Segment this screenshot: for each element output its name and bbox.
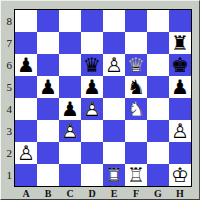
square-f7[interactable]: [125, 32, 147, 54]
square-c8[interactable]: [59, 10, 81, 32]
white-pawn[interactable]: ♙: [103, 54, 125, 76]
file-label-e: E: [103, 188, 125, 200]
square-b3[interactable]: [37, 120, 59, 142]
square-b6[interactable]: [37, 54, 59, 76]
square-d1[interactable]: [81, 164, 103, 186]
white-pawn-fill: ♟: [169, 120, 191, 142]
square-g8[interactable]: [147, 10, 169, 32]
square-h6[interactable]: ♚: [169, 54, 191, 76]
file-label-h: H: [169, 188, 191, 200]
white-king[interactable]: ♔: [169, 164, 191, 186]
square-b5[interactable]: ♟: [37, 76, 59, 98]
file-label-c: C: [59, 188, 81, 200]
square-b7[interactable]: [37, 32, 59, 54]
black-knight[interactable]: ♞: [125, 76, 147, 98]
black-pawn[interactable]: ♟: [15, 54, 37, 76]
black-king[interactable]: ♚: [169, 54, 191, 76]
file-label-b: B: [37, 188, 59, 200]
square-f4[interactable]: ♞♘: [125, 98, 147, 120]
rank-labels: 87654321: [1, 9, 14, 187]
square-g2[interactable]: [147, 142, 169, 164]
square-a8[interactable]: [15, 10, 37, 32]
board: ♜♟♛♟♙♛♕♚♟♟♞♟♟♟♙♞♘♟♙♟♙♟♙♜♖♜♖♚♔: [14, 9, 192, 187]
square-e5[interactable]: [103, 76, 125, 98]
square-f6[interactable]: ♛♕: [125, 54, 147, 76]
square-g5[interactable]: [147, 76, 169, 98]
black-rook[interactable]: ♜: [169, 32, 191, 54]
white-knight[interactable]: ♘: [125, 98, 147, 120]
black-queen[interactable]: ♛: [81, 54, 103, 76]
square-b1[interactable]: [37, 164, 59, 186]
square-b2[interactable]: [37, 142, 59, 164]
white-knight-fill: ♞: [125, 98, 147, 120]
square-g1[interactable]: [147, 164, 169, 186]
square-a4[interactable]: [15, 98, 37, 120]
square-d3[interactable]: [81, 120, 103, 142]
square-d8[interactable]: [81, 10, 103, 32]
square-d4[interactable]: ♟♙: [81, 98, 103, 120]
black-pawn[interactable]: ♟: [169, 76, 191, 98]
square-a7[interactable]: [15, 32, 37, 54]
square-c5[interactable]: [59, 76, 81, 98]
square-e2[interactable]: [103, 142, 125, 164]
square-f1[interactable]: ♜♖: [125, 164, 147, 186]
black-pawn[interactable]: ♟: [37, 76, 59, 98]
square-g3[interactable]: [147, 120, 169, 142]
square-f8[interactable]: [125, 10, 147, 32]
rank-label-2: 2: [1, 142, 12, 164]
square-b4[interactable]: [37, 98, 59, 120]
square-a6[interactable]: ♟: [15, 54, 37, 76]
square-g4[interactable]: [147, 98, 169, 120]
square-h4[interactable]: [169, 98, 191, 120]
square-d7[interactable]: [81, 32, 103, 54]
square-d6[interactable]: ♛: [81, 54, 103, 76]
rank-label-4: 4: [1, 98, 12, 120]
file-labels: ABCDEFGH: [14, 188, 192, 200]
square-h1[interactable]: ♚♔: [169, 164, 191, 186]
black-pawn[interactable]: ♟: [59, 98, 81, 120]
square-b8[interactable]: [37, 10, 59, 32]
square-c1[interactable]: [59, 164, 81, 186]
rank-label-1: 1: [1, 164, 12, 186]
square-e6[interactable]: ♟♙: [103, 54, 125, 76]
white-rook-fill: ♜: [103, 164, 125, 186]
square-g6[interactable]: [147, 54, 169, 76]
file-label-a: A: [15, 188, 37, 200]
square-a2[interactable]: ♟♙: [15, 142, 37, 164]
square-d5[interactable]: ♟: [81, 76, 103, 98]
square-e3[interactable]: [103, 120, 125, 142]
square-f5[interactable]: ♞: [125, 76, 147, 98]
black-pawn[interactable]: ♟: [81, 76, 103, 98]
white-pawn[interactable]: ♙: [169, 120, 191, 142]
square-h3[interactable]: ♟♙: [169, 120, 191, 142]
white-pawn-fill: ♟: [59, 120, 81, 142]
square-h2[interactable]: [169, 142, 191, 164]
white-rook-fill: ♜: [125, 164, 147, 186]
rank-label-3: 3: [1, 120, 12, 142]
white-king-fill: ♚: [169, 164, 191, 186]
square-h8[interactable]: [169, 10, 191, 32]
square-h7[interactable]: ♜: [169, 32, 191, 54]
rank-label-5: 5: [1, 76, 12, 98]
white-queen[interactable]: ♕: [125, 54, 147, 76]
chessboard-frame: 87654321 ♜♟♛♟♙♛♕♚♟♟♞♟♟♟♙♞♘♟♙♟♙♟♙♜♖♜♖♚♔ A…: [0, 0, 200, 200]
white-queen-fill: ♛: [125, 54, 147, 76]
white-pawn[interactable]: ♙: [15, 142, 37, 164]
white-pawn[interactable]: ♙: [81, 98, 103, 120]
rank-label-6: 6: [1, 54, 12, 76]
square-e1[interactable]: ♜♖: [103, 164, 125, 186]
file-label-f: F: [125, 188, 147, 200]
square-g7[interactable]: [147, 32, 169, 54]
square-c7[interactable]: [59, 32, 81, 54]
white-pawn[interactable]: ♙: [59, 120, 81, 142]
file-label-d: D: [81, 188, 103, 200]
file-label-g: G: [147, 188, 169, 200]
square-c3[interactable]: ♟♙: [59, 120, 81, 142]
square-a3[interactable]: [15, 120, 37, 142]
rank-label-8: 8: [1, 10, 12, 32]
square-e8[interactable]: [103, 10, 125, 32]
white-pawn-fill: ♟: [15, 142, 37, 164]
square-a1[interactable]: [15, 164, 37, 186]
white-rook[interactable]: ♖: [103, 164, 125, 186]
square-c2[interactable]: [59, 142, 81, 164]
rank-label-7: 7: [1, 32, 12, 54]
white-rook[interactable]: ♖: [125, 164, 147, 186]
square-f3[interactable]: [125, 120, 147, 142]
square-h5[interactable]: ♟: [169, 76, 191, 98]
square-f2[interactable]: [125, 142, 147, 164]
square-e4[interactable]: [103, 98, 125, 120]
square-e7[interactable]: [103, 32, 125, 54]
square-a5[interactable]: [15, 76, 37, 98]
square-c4[interactable]: ♟: [59, 98, 81, 120]
white-pawn-fill: ♟: [103, 54, 125, 76]
square-c6[interactable]: [59, 54, 81, 76]
white-pawn-fill: ♟: [81, 98, 103, 120]
square-d2[interactable]: [81, 142, 103, 164]
